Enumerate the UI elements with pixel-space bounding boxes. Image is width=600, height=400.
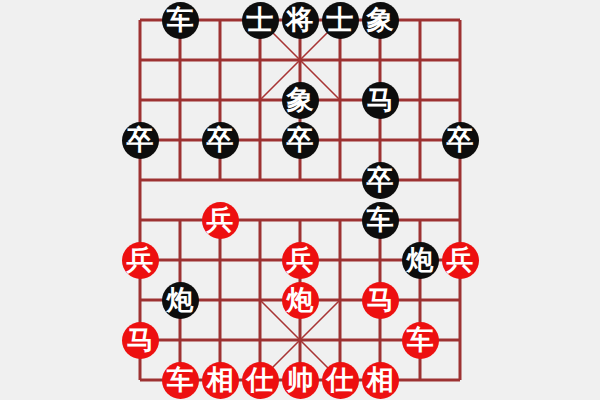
intersection-8-1[interactable] <box>440 40 480 80</box>
intersection-2-9[interactable]: 相 <box>200 360 240 400</box>
intersection-0-1[interactable] <box>120 40 160 80</box>
piece-red-soldier[interactable]: 兵 <box>122 242 159 279</box>
intersection-1-6[interactable] <box>160 240 200 280</box>
intersection-5-2[interactable] <box>320 80 360 120</box>
intersection-6-1[interactable] <box>360 40 400 80</box>
intersection-8-5[interactable] <box>440 200 480 240</box>
intersection-7-1[interactable] <box>400 40 440 80</box>
piece-red-elephant[interactable]: 相 <box>362 362 399 399</box>
piece-black-advisor[interactable]: 士 <box>322 2 359 39</box>
intersection-6-7[interactable]: 马 <box>360 280 400 320</box>
intersection-3-8[interactable] <box>240 320 280 360</box>
intersection-4-5[interactable] <box>280 200 320 240</box>
intersection-1-8[interactable] <box>160 320 200 360</box>
piece-black-chariot[interactable]: 车 <box>162 2 199 39</box>
intersection-3-9[interactable]: 仕 <box>240 360 280 400</box>
intersection-4-9[interactable]: 帅 <box>280 360 320 400</box>
star-point-marker <box>365 245 395 275</box>
intersection-1-0[interactable]: 车 <box>160 0 200 40</box>
piece-red-advisor[interactable]: 仕 <box>242 362 279 399</box>
intersection-0-6[interactable]: 兵 <box>120 240 160 280</box>
intersection-8-9[interactable] <box>440 360 480 400</box>
star-point-marker <box>165 85 195 115</box>
piece-red-horse[interactable]: 马 <box>122 322 159 359</box>
star-point-marker <box>405 285 435 315</box>
piece-red-general[interactable]: 帅 <box>282 362 319 399</box>
intersection-4-2[interactable]: 象 <box>280 80 320 120</box>
piece-black-soldier[interactable]: 卒 <box>442 122 479 159</box>
intersection-7-2[interactable] <box>400 80 440 120</box>
intersection-0-9[interactable] <box>120 360 160 400</box>
piece-black-soldier[interactable]: 卒 <box>122 122 159 159</box>
intersection-0-7[interactable] <box>120 280 160 320</box>
intersection-5-5[interactable] <box>320 200 360 240</box>
intersection-4-7[interactable]: 炮 <box>280 280 320 320</box>
intersection-5-3[interactable] <box>320 120 360 160</box>
intersection-8-2[interactable] <box>440 80 480 120</box>
intersection-6-4[interactable]: 卒 <box>360 160 400 200</box>
intersection-4-0[interactable]: 将 <box>280 0 320 40</box>
intersection-2-6[interactable] <box>200 240 240 280</box>
intersection-7-0[interactable] <box>400 0 440 40</box>
intersection-8-7[interactable] <box>440 280 480 320</box>
intersection-7-4[interactable] <box>400 160 440 200</box>
piece-black-soldier[interactable]: 卒 <box>282 122 319 159</box>
intersection-1-4[interactable] <box>160 160 200 200</box>
piece-black-soldier[interactable]: 卒 <box>202 122 239 159</box>
piece-red-soldier[interactable]: 兵 <box>282 242 319 279</box>
intersection-8-4[interactable] <box>440 160 480 200</box>
piece-black-general[interactable]: 将 <box>282 2 319 39</box>
intersection-7-8[interactable]: 车 <box>400 320 440 360</box>
piece-black-horse[interactable]: 马 <box>362 82 399 119</box>
intersection-5-9[interactable]: 仕 <box>320 360 360 400</box>
piece-black-soldier[interactable]: 卒 <box>362 162 399 199</box>
intersection-8-0[interactable] <box>440 0 480 40</box>
intersection-0-2[interactable] <box>120 80 160 120</box>
intersection-5-0[interactable]: 士 <box>320 0 360 40</box>
intersection-3-6[interactable] <box>240 240 280 280</box>
piece-red-horse[interactable]: 马 <box>362 282 399 319</box>
intersection-2-1[interactable] <box>200 40 240 80</box>
piece-black-advisor[interactable]: 士 <box>242 2 279 39</box>
intersection-1-5[interactable] <box>160 200 200 240</box>
piece-red-cannon[interactable]: 炮 <box>282 282 319 319</box>
intersection-0-3[interactable]: 卒 <box>120 120 160 160</box>
star-point-marker <box>405 85 435 115</box>
intersection-3-2[interactable] <box>240 80 280 120</box>
piece-red-chariot[interactable]: 车 <box>402 322 439 359</box>
piece-red-advisor[interactable]: 仕 <box>322 362 359 399</box>
intersection-7-9[interactable] <box>400 360 440 400</box>
intersection-0-0[interactable] <box>120 0 160 40</box>
intersection-5-1[interactable] <box>320 40 360 80</box>
intersection-5-4[interactable] <box>320 160 360 200</box>
intersection-6-0[interactable]: 象 <box>360 0 400 40</box>
piece-black-cannon[interactable]: 炮 <box>162 282 199 319</box>
intersection-3-5[interactable] <box>240 200 280 240</box>
board-intersections: 车士将士象象马卒卒卒卒卒兵车兵兵炮兵炮炮马马车车相仕帅仕相 <box>120 0 480 400</box>
piece-red-soldier[interactable]: 兵 <box>202 202 239 239</box>
intersection-1-9[interactable]: 车 <box>160 360 200 400</box>
intersection-7-6[interactable]: 炮 <box>400 240 440 280</box>
intersection-2-0[interactable] <box>200 0 240 40</box>
intersection-4-8[interactable] <box>280 320 320 360</box>
intersection-8-6[interactable]: 兵 <box>440 240 480 280</box>
intersection-8-3[interactable]: 卒 <box>440 120 480 160</box>
xiangqi-board: 车士将士象象马卒卒卒卒卒兵车兵兵炮兵炮炮马马车车相仕帅仕相 <box>0 0 600 400</box>
intersection-2-8[interactable] <box>200 320 240 360</box>
star-point-marker <box>365 125 395 155</box>
intersection-3-4[interactable] <box>240 160 280 200</box>
intersection-6-9[interactable]: 相 <box>360 360 400 400</box>
intersection-1-3[interactable] <box>160 120 200 160</box>
intersection-4-4[interactable] <box>280 160 320 200</box>
intersection-6-6[interactable] <box>360 240 400 280</box>
intersection-3-7[interactable] <box>240 280 280 320</box>
intersection-6-3[interactable] <box>360 120 400 160</box>
intersection-6-8[interactable] <box>360 320 400 360</box>
intersection-2-5[interactable]: 兵 <box>200 200 240 240</box>
intersection-4-6[interactable]: 兵 <box>280 240 320 280</box>
intersection-2-2[interactable] <box>200 80 240 120</box>
intersection-8-8[interactable] <box>440 320 480 360</box>
intersection-3-3[interactable] <box>240 120 280 160</box>
intersection-2-3[interactable]: 卒 <box>200 120 240 160</box>
intersection-1-2[interactable] <box>160 80 200 120</box>
intersection-5-8[interactable] <box>320 320 360 360</box>
intersection-6-2[interactable]: 马 <box>360 80 400 120</box>
piece-black-cannon[interactable]: 炮 <box>402 242 439 279</box>
intersection-3-1[interactable] <box>240 40 280 80</box>
intersection-0-8[interactable]: 马 <box>120 320 160 360</box>
intersection-6-5[interactable]: 车 <box>360 200 400 240</box>
intersection-5-6[interactable] <box>320 240 360 280</box>
intersection-5-7[interactable] <box>320 280 360 320</box>
piece-black-chariot[interactable]: 车 <box>362 202 399 239</box>
intersection-0-5[interactable] <box>120 200 160 240</box>
intersection-2-4[interactable] <box>200 160 240 200</box>
intersection-7-5[interactable] <box>400 200 440 240</box>
intersection-7-3[interactable] <box>400 120 440 160</box>
intersection-3-0[interactable]: 士 <box>240 0 280 40</box>
intersection-4-3[interactable]: 卒 <box>280 120 320 160</box>
intersection-7-7[interactable] <box>400 280 440 320</box>
piece-black-elephant[interactable]: 象 <box>282 82 319 119</box>
intersection-0-4[interactable] <box>120 160 160 200</box>
intersection-4-1[interactable] <box>280 40 320 80</box>
piece-black-elephant[interactable]: 象 <box>362 2 399 39</box>
star-point-marker <box>205 245 235 275</box>
piece-red-elephant[interactable]: 相 <box>202 362 239 399</box>
piece-red-soldier[interactable]: 兵 <box>442 242 479 279</box>
intersection-2-7[interactable] <box>200 280 240 320</box>
piece-red-chariot[interactable]: 车 <box>162 362 199 399</box>
intersection-1-7[interactable]: 炮 <box>160 280 200 320</box>
intersection-1-1[interactable] <box>160 40 200 80</box>
